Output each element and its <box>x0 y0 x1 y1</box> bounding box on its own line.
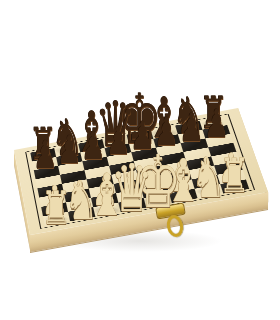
product-photo-stage: ♜♞♝♛♚♝♞♜♟♟♟♟♟♟♟♟♟♟♟♟♟♟♟♟♜♞♝♛♚♝♞♜ <box>0 0 280 320</box>
